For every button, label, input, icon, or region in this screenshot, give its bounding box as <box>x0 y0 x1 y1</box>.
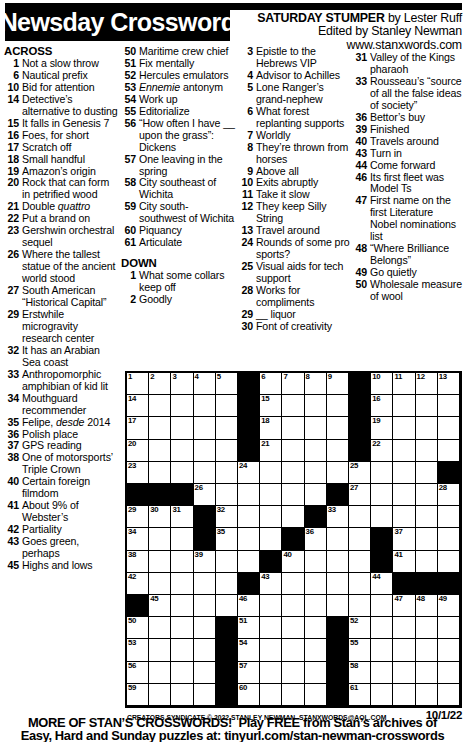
clue-text: Epistle to the Hebrews VIP <box>256 46 350 70</box>
grid-cell[interactable] <box>282 595 304 617</box>
grid-cell[interactable] <box>327 528 349 550</box>
grid-cell[interactable] <box>149 551 171 573</box>
cell-number: 41 <box>394 551 402 560</box>
grid-cell[interactable] <box>438 639 460 661</box>
cell-number: 5 <box>217 373 221 382</box>
grid-cell[interactable] <box>260 506 282 528</box>
grid-cell[interactable] <box>216 462 238 484</box>
grid-cell[interactable]: 25 <box>349 462 371 484</box>
grid-cell[interactable] <box>438 506 460 528</box>
clue-down-2: 2Goodly <box>121 294 235 306</box>
black-cell <box>238 395 260 417</box>
grid-cell[interactable]: 50 <box>127 617 149 639</box>
grid-cell[interactable] <box>282 462 304 484</box>
grid-cell[interactable]: 26 <box>194 484 216 506</box>
grid-cell[interactable]: 47 <box>393 595 415 617</box>
grid-cell[interactable]: 1 <box>127 373 149 395</box>
grid-cell[interactable] <box>149 395 171 417</box>
grid-cell[interactable]: 53 <box>127 639 149 661</box>
clue-text: Detective’s alternative to dusting <box>22 94 118 118</box>
grid-cell[interactable]: 44 <box>371 573 393 595</box>
grid-cell[interactable] <box>371 506 393 528</box>
clue-number: 23 <box>4 225 22 249</box>
grid-cell[interactable] <box>260 484 282 506</box>
grid-cell[interactable]: 56 <box>127 662 149 684</box>
grid-cell[interactable]: 37 <box>393 528 415 550</box>
clue-down-3: 3Epistle to the Hebrews VIP <box>238 46 350 70</box>
grid-cell[interactable] <box>327 551 349 573</box>
grid-cell[interactable] <box>371 662 393 684</box>
cell-number: 13 <box>439 373 447 382</box>
cell-number: 38 <box>128 551 136 560</box>
clue-number: 39 <box>352 124 370 136</box>
black-cell <box>393 573 415 595</box>
grid-cell[interactable]: 27 <box>349 484 371 506</box>
clue-number: 3 <box>238 46 256 70</box>
clue-text: Works for compliments <box>256 285 350 309</box>
cell-number: 6 <box>261 373 265 382</box>
grid-cell[interactable] <box>305 417 327 439</box>
clue-down-43: 43Turn in <box>352 148 463 160</box>
grid-cell[interactable]: 49 <box>438 595 460 617</box>
grid-cell[interactable]: 12 <box>416 373 438 395</box>
grid-cell[interactable] <box>149 662 171 684</box>
grid-cell[interactable]: 41 <box>393 551 415 573</box>
grid-cell[interactable] <box>282 662 304 684</box>
grid-cell[interactable] <box>327 573 349 595</box>
grid-cell[interactable] <box>416 506 438 528</box>
grid-cell[interactable] <box>371 595 393 617</box>
grid-cell[interactable] <box>305 617 327 639</box>
clue-text: Editorialize <box>139 106 235 118</box>
grid-cell[interactable]: 42 <box>127 573 149 595</box>
cell-number: 40 <box>283 551 291 560</box>
cell-number: 30 <box>150 506 158 515</box>
grid-cell[interactable]: 3 <box>171 373 193 395</box>
grid-cell[interactable]: 11 <box>393 373 415 395</box>
grid-cell[interactable] <box>416 528 438 550</box>
grid-cell[interactable] <box>305 484 327 506</box>
clue-across-56: 56“How often I have __ upon the grass”: … <box>121 118 235 154</box>
grid-cell[interactable] <box>171 684 193 706</box>
grid-cell[interactable] <box>171 617 193 639</box>
cell-number: 53 <box>128 639 136 648</box>
edited-by: Edited by Stanley Newman <box>257 25 462 38</box>
clue-down-46: 46Its first fleet was Model Ts <box>352 172 463 196</box>
clue-across-43: 43Goes green, perhaps <box>4 536 118 560</box>
grid-cell[interactable] <box>282 440 304 462</box>
cell-number: 14 <box>128 395 136 404</box>
cell-number: 45 <box>150 595 158 604</box>
grid-cell[interactable]: 19 <box>371 417 393 439</box>
grid-cell[interactable]: 61 <box>349 684 371 706</box>
grid-cell[interactable] <box>327 395 349 417</box>
grid-cell[interactable] <box>260 617 282 639</box>
cell-number: 26 <box>195 484 203 493</box>
grid-cell[interactable]: 46 <box>238 595 260 617</box>
cell-number: 19 <box>372 417 380 426</box>
grid-cell[interactable] <box>416 639 438 661</box>
grid-cell[interactable] <box>260 528 282 550</box>
grid-cell[interactable] <box>216 595 238 617</box>
grid-cell[interactable] <box>194 595 216 617</box>
grid-cell[interactable] <box>393 462 415 484</box>
black-cell <box>260 551 282 573</box>
grid-cell[interactable] <box>282 484 304 506</box>
grid-cell[interactable] <box>149 417 171 439</box>
grid-cell[interactable] <box>238 506 260 528</box>
grid-cell[interactable] <box>171 595 193 617</box>
grid-cell[interactable] <box>438 440 460 462</box>
clue-text: Rousseau’s “source of all the false idea… <box>370 76 463 112</box>
grid-cell[interactable] <box>327 595 349 617</box>
cell-number: 51 <box>239 617 247 626</box>
grid-cell[interactable]: 35 <box>216 528 238 550</box>
clue-across-45: 45Highs and lows <box>4 560 118 572</box>
grid-cell[interactable] <box>371 639 393 661</box>
grid-cell[interactable] <box>194 573 216 595</box>
clue-number: 32 <box>4 345 22 369</box>
cell-number: 39 <box>195 551 203 560</box>
grid-cell[interactable] <box>282 684 304 706</box>
grid-cell[interactable] <box>282 617 304 639</box>
grid-cell[interactable] <box>305 573 327 595</box>
grid-cell[interactable] <box>171 573 193 595</box>
clue-across-14: 14Detective’s alternative to dusting <box>4 94 118 118</box>
clue-number: 16 <box>4 130 22 142</box>
grid-cell[interactable] <box>371 684 393 706</box>
grid-cell[interactable] <box>416 662 438 684</box>
cell-number: 46 <box>239 595 247 604</box>
grid-cell[interactable] <box>194 639 216 661</box>
grid-cell[interactable] <box>171 662 193 684</box>
grid-cell[interactable]: 58 <box>349 662 371 684</box>
grid-cell[interactable]: 36 <box>305 528 327 550</box>
clue-text: Worldly <box>256 130 350 142</box>
black-cell <box>282 528 304 550</box>
grid-cell[interactable] <box>349 528 371 550</box>
cell-number: 49 <box>439 595 447 604</box>
grid-cell[interactable] <box>371 484 393 506</box>
clue-down-50: 50Wholesale measure of wool <box>352 279 463 303</box>
grid-cell[interactable] <box>260 639 282 661</box>
grid-cell[interactable]: 51 <box>238 617 260 639</box>
grid-cell[interactable] <box>149 440 171 462</box>
grid-cell[interactable]: 30 <box>149 506 171 528</box>
clue-text: Finished <box>370 124 463 136</box>
grid-cell[interactable]: 55 <box>349 639 371 661</box>
grid-cell[interactable] <box>438 662 460 684</box>
grid-cell[interactable] <box>216 484 238 506</box>
grid-cell[interactable]: 23 <box>127 462 149 484</box>
clue-text: Come forward <box>370 160 463 172</box>
clue-text: Foes, for short <box>22 130 118 142</box>
clue-number: 43 <box>4 536 22 560</box>
clue-text: One leaving in the spring <box>139 154 235 178</box>
grid-cell[interactable] <box>305 395 327 417</box>
grid-cell[interactable] <box>393 684 415 706</box>
grid-cell[interactable] <box>149 573 171 595</box>
grid-cell[interactable] <box>349 573 371 595</box>
grid-cell[interactable] <box>171 462 193 484</box>
cell-number: 3 <box>172 373 176 382</box>
clue-text: One of motorsports’ Triple Crown <box>22 452 118 476</box>
grid-cell[interactable]: 22 <box>371 440 393 462</box>
clue-text: Scratch off <box>22 142 118 154</box>
grid-cell[interactable] <box>171 551 193 573</box>
grid-cell[interactable] <box>171 417 193 439</box>
grid-cell[interactable] <box>194 395 216 417</box>
clue-number: 38 <box>4 452 22 476</box>
grid-cell[interactable] <box>438 684 460 706</box>
grid-cell[interactable]: 29 <box>127 506 149 528</box>
clue-number: 25 <box>238 261 256 285</box>
grid-cell[interactable] <box>149 528 171 550</box>
clue-text: City southeast of Wichita <box>139 177 235 201</box>
cell-number: 12 <box>417 373 425 382</box>
grid-cell[interactable]: 54 <box>238 639 260 661</box>
clue-across-58: 58City southeast of Wichita <box>121 177 235 201</box>
grid-cell[interactable] <box>393 639 415 661</box>
grid-cell[interactable] <box>393 395 415 417</box>
clue-down-48: 48“Where Brilliance Belongs” <box>352 243 463 267</box>
grid-cell[interactable] <box>438 528 460 550</box>
grid-cell[interactable] <box>194 417 216 439</box>
grid-cell[interactable] <box>416 440 438 462</box>
clue-across-17: 17Scratch off <box>4 142 118 154</box>
grid-cell[interactable] <box>194 662 216 684</box>
clue-number: 44 <box>352 160 370 172</box>
grid-cell[interactable]: 2 <box>149 373 171 395</box>
clue-across-23: 23Gershwin orchestral sequel <box>4 225 118 249</box>
clue-number: 2 <box>121 294 139 306</box>
grid-cell[interactable] <box>416 617 438 639</box>
grid-cell[interactable]: 34 <box>127 528 149 550</box>
grid-cell[interactable]: 7 <box>282 373 304 395</box>
grid-cell[interactable]: 18 <box>260 417 282 439</box>
clue-text: Visual aids for tech support <box>256 261 350 285</box>
grid-cell[interactable] <box>393 662 415 684</box>
grid-cell[interactable]: 59 <box>127 684 149 706</box>
clue-across-38: 38One of motorsports’ Triple Crown <box>4 452 118 476</box>
grid-cell[interactable]: 20 <box>127 440 149 462</box>
black-cell <box>305 506 327 528</box>
grid-cell[interactable]: 48 <box>416 595 438 617</box>
clue-down-25: 25Visual aids for tech support <box>238 261 350 285</box>
grid-cell[interactable] <box>149 639 171 661</box>
grid-cell[interactable] <box>216 440 238 462</box>
clue-text: Travels around <box>370 136 463 148</box>
newsday-logo: Newsday Crossword <box>5 3 230 41</box>
black-cell <box>327 662 349 684</box>
cell-number: 52 <box>350 617 358 626</box>
grid-cell[interactable] <box>416 462 438 484</box>
clue-text: Anthropomorphic amphibian of kid lit <box>22 369 118 393</box>
grid-cell[interactable] <box>260 595 282 617</box>
clue-across-34: 34Mouthguard recommender <box>4 393 118 417</box>
grid-cell[interactable] <box>171 440 193 462</box>
grid-cell[interactable] <box>327 440 349 462</box>
grid-cell[interactable]: 45 <box>149 595 171 617</box>
grid-cell[interactable] <box>260 462 282 484</box>
grid-cell[interactable] <box>393 417 415 439</box>
grid-cell[interactable] <box>194 684 216 706</box>
clue-number: 33 <box>352 76 370 112</box>
grid-cell[interactable]: 15 <box>260 395 282 417</box>
grid-cell[interactable] <box>282 639 304 661</box>
clue-text: About 9% of Webster’s <box>22 500 118 524</box>
grid-cell[interactable] <box>416 684 438 706</box>
cell-number: 48 <box>417 595 425 604</box>
clue-number: 29 <box>4 309 22 345</box>
grid-cell[interactable] <box>216 395 238 417</box>
clue-across-16: 16Foes, for short <box>4 130 118 142</box>
grid-cell[interactable]: 17 <box>127 417 149 439</box>
grid-cell[interactable] <box>282 417 304 439</box>
cell-number: 4 <box>195 373 199 382</box>
grid-cell[interactable]: 8 <box>305 373 327 395</box>
grid-cell[interactable] <box>305 639 327 661</box>
grid-cell[interactable]: 16 <box>371 395 393 417</box>
clue-number: 34 <box>4 393 22 417</box>
clue-number: 40 <box>352 136 370 148</box>
grid-cell[interactable] <box>216 417 238 439</box>
grid-cell[interactable] <box>149 684 171 706</box>
cell-number: 2 <box>150 373 154 382</box>
clue-number: 40 <box>4 476 22 500</box>
grid-cell[interactable] <box>371 462 393 484</box>
clue-down-5: 5Lone Ranger’s grand-nephew <box>238 82 350 106</box>
cell-number: 50 <box>128 617 136 626</box>
clue-across-57: 57One leaving in the spring <box>121 154 235 178</box>
cell-number: 57 <box>239 662 247 671</box>
black-cell <box>327 484 349 506</box>
grid-cell[interactable] <box>416 395 438 417</box>
grid-cell[interactable] <box>416 484 438 506</box>
grid-cell[interactable] <box>327 462 349 484</box>
clue-across-40: 40Certain foreign filmdom <box>4 476 118 500</box>
grid-cell[interactable] <box>305 551 327 573</box>
grid-cell[interactable]: 57 <box>238 662 260 684</box>
grid-cell[interactable] <box>194 617 216 639</box>
grid-cell[interactable] <box>149 462 171 484</box>
grid-cell[interactable] <box>216 573 238 595</box>
clue-text: Wholesale measure of wool <box>370 279 463 303</box>
grid-cell[interactable]: 5 <box>216 373 238 395</box>
grid-cell[interactable] <box>194 462 216 484</box>
grid-cell[interactable]: 52 <box>349 617 371 639</box>
clue-across-32: 32It has an Arabian Sea coast <box>4 345 118 369</box>
grid-cell[interactable] <box>371 617 393 639</box>
cell-number: 17 <box>128 417 136 426</box>
grid-cell[interactable]: 13 <box>438 373 460 395</box>
grid-cell[interactable] <box>216 551 238 573</box>
grid-cell[interactable]: 6 <box>260 373 282 395</box>
grid-cell[interactable] <box>171 395 193 417</box>
grid-cell[interactable]: 4 <box>194 373 216 395</box>
grid-cell[interactable]: 60 <box>238 684 260 706</box>
grid-cell[interactable] <box>194 440 216 462</box>
grid-cell[interactable] <box>260 662 282 684</box>
grid-cell[interactable] <box>349 551 371 573</box>
grid-cell[interactable]: 14 <box>127 395 149 417</box>
clue-across-54: 54Work up <box>121 94 235 106</box>
grid-cell[interactable] <box>438 417 460 439</box>
clue-number: 6 <box>238 106 256 130</box>
grid-cell[interactable] <box>171 639 193 661</box>
grid-cell[interactable]: 43 <box>260 573 282 595</box>
clue-down-39: 39Finished <box>352 124 463 136</box>
black-cell <box>171 484 193 506</box>
grid-cell[interactable] <box>305 462 327 484</box>
grid-cell[interactable] <box>282 395 304 417</box>
grid-cell[interactable] <box>149 617 171 639</box>
grid-cell[interactable] <box>282 506 304 528</box>
grid-cell[interactable] <box>438 617 460 639</box>
grid-cell[interactable] <box>305 440 327 462</box>
grid-cell[interactable]: 28 <box>438 484 460 506</box>
grid-cell[interactable]: 10 <box>371 373 393 395</box>
grid-cell[interactable]: 33 <box>327 506 349 528</box>
grid-cell[interactable] <box>438 395 460 417</box>
grid-cell[interactable]: 24 <box>238 462 260 484</box>
grid-cell[interactable]: 9 <box>327 373 349 395</box>
grid-cell[interactable]: 38 <box>127 551 149 573</box>
grid-cell[interactable] <box>171 528 193 550</box>
grid-cell[interactable] <box>349 595 371 617</box>
logo-text: Newsday Crossword <box>0 8 235 37</box>
grid-cell[interactable]: 21 <box>260 440 282 462</box>
clue-text: Lone Ranger’s grand-nephew <box>256 82 350 106</box>
grid-cell[interactable] <box>238 551 260 573</box>
grid-cell[interactable] <box>260 684 282 706</box>
grid-cell[interactable] <box>305 662 327 684</box>
clue-across-61: 61Articulate <box>121 237 235 249</box>
grid-cell[interactable] <box>416 551 438 573</box>
grid-cell[interactable] <box>393 440 415 462</box>
clue-number: 50 <box>352 279 370 303</box>
grid-cell[interactable] <box>349 506 371 528</box>
grid-cell[interactable]: 31 <box>171 506 193 528</box>
clue-down-8: 8They’re thrown from horses <box>238 142 350 166</box>
grid-cell[interactable]: 39 <box>194 551 216 573</box>
grid-cell[interactable] <box>438 551 460 573</box>
puzzle-title: SATURDAY STUMPER <box>257 11 384 25</box>
grid-cell[interactable] <box>393 617 415 639</box>
grid-cell[interactable] <box>282 573 304 595</box>
clue-text: Valley of the Kings pharaoh <box>370 52 463 76</box>
grid-cell[interactable] <box>305 595 327 617</box>
grid-cell[interactable] <box>238 528 260 550</box>
black-cell <box>349 373 371 395</box>
grid-cell[interactable]: 40 <box>282 551 304 573</box>
grid-cell[interactable] <box>393 506 415 528</box>
byline: by Lester Ruff <box>385 11 462 25</box>
grid-cell[interactable] <box>305 684 327 706</box>
clue-down-36: 36Bettor’s buy <box>352 112 463 124</box>
grid-cell[interactable] <box>393 484 415 506</box>
clue-text: First name on the first Literature Nobel… <box>370 195 463 243</box>
clue-text: Articulate <box>139 237 235 249</box>
grid-cell[interactable]: 32 <box>216 506 238 528</box>
cell-number: 32 <box>217 506 225 515</box>
grid-cell[interactable] <box>416 417 438 439</box>
cell-number: 28 <box>439 484 447 493</box>
grid-cell[interactable] <box>327 417 349 439</box>
black-cell <box>194 506 216 528</box>
grid-cell[interactable] <box>238 484 260 506</box>
clue-number: 18 <box>4 154 22 166</box>
